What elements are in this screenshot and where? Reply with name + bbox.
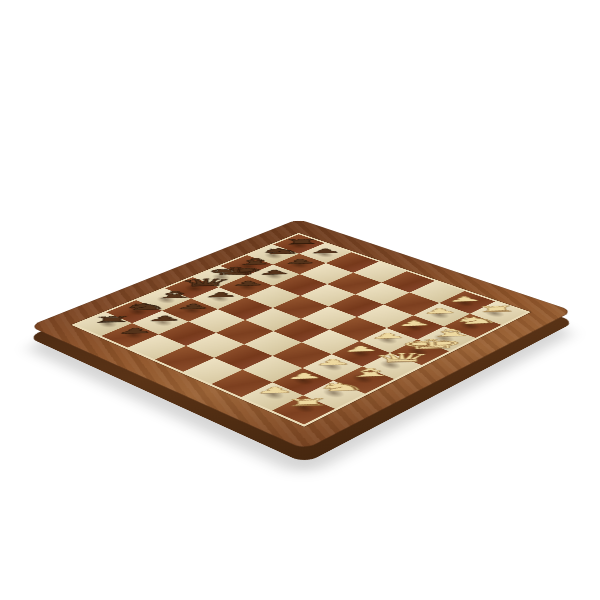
white-pawn-glyph: ♟ (253, 385, 296, 395)
square-d3[interactable] (302, 330, 360, 355)
black-knight-glyph: ♞ (119, 302, 159, 312)
piece-upright-wrapper: ♜ (474, 304, 515, 313)
chess-board: ♜♞♝♛♚♝♞♜♟♟♟♟♟♟♟♟♟♟♟♟♟♟♟♟♜♞♝♛♚♝♞♜ (29, 219, 573, 450)
white-pawn-glyph: ♟ (420, 307, 460, 315)
piece-upright-wrapper: ♟ (340, 344, 381, 353)
square-d1[interactable] (362, 353, 422, 379)
square-c4[interactable] (244, 331, 302, 356)
piece-upright-wrapper: ♛ (370, 351, 413, 364)
piece-white-rook-a1[interactable]: ♜ (273, 394, 334, 422)
black-bishop-glyph: ♝ (148, 290, 187, 300)
piece-upright-wrapper: ♜ (282, 238, 318, 246)
black-pawn-glyph: ♟ (114, 327, 155, 335)
piece-upright-wrapper: ♟ (114, 327, 155, 335)
piece-white-king-e1[interactable]: ♚ (389, 339, 447, 364)
piece-contact-shadow (252, 386, 293, 404)
square-a2[interactable] (242, 382, 304, 410)
piece-upright-wrapper: ♟ (312, 358, 354, 367)
piece-upright-wrapper: ♝ (342, 367, 385, 379)
piece-black-rook-a8[interactable]: ♜ (80, 312, 135, 335)
square-b5[interactable] (186, 333, 244, 358)
piece-upright-wrapper: ♟ (283, 371, 325, 380)
square-b2[interactable] (272, 368, 333, 395)
piece-contact-shadow (313, 384, 354, 402)
white-rook-glyph: ♜ (474, 304, 515, 313)
square-d4[interactable] (273, 318, 330, 342)
black-rook-glyph: ♜ (282, 238, 318, 246)
square-b1[interactable] (303, 381, 365, 409)
square-b6[interactable] (158, 322, 215, 346)
piece-upright-wrapper: ♛ (177, 277, 215, 288)
piece-upright-wrapper: ♞ (313, 381, 356, 393)
piece-white-bishop-c1[interactable]: ♝ (333, 366, 392, 393)
piece-upright-wrapper: ♞ (257, 247, 293, 256)
piece-white-pawn-a2[interactable]: ♟ (243, 381, 303, 408)
piece-upright-wrapper: ♟ (445, 295, 485, 303)
square-a4[interactable] (183, 358, 243, 384)
piece-upright-wrapper: ♟ (253, 385, 296, 395)
white-pawn-glyph: ♟ (283, 371, 325, 380)
piece-upright-wrapper: ♚ (397, 337, 440, 351)
piece-contact-shadow (312, 358, 352, 375)
white-pawn-glyph: ♟ (445, 295, 485, 303)
product-photo-stage: ♜♞♝♛♚♝♞♜♟♟♟♟♟♟♟♟♟♟♟♟♟♟♟♟♜♞♝♛♚♝♞♜ (0, 0, 600, 600)
piece-black-pawn-a7[interactable]: ♟ (105, 323, 161, 347)
black-pawn-glyph: ♟ (282, 258, 319, 265)
square-a5[interactable] (155, 346, 214, 372)
piece-contact-shadow (283, 371, 324, 389)
square-c5[interactable] (216, 320, 273, 344)
piece-white-pawn-c2[interactable]: ♟ (302, 354, 361, 380)
square-c1[interactable] (333, 367, 394, 394)
piece-contact-shadow (342, 370, 383, 388)
black-queen-glyph: ♛ (177, 277, 215, 288)
piece-contact-shadow (398, 343, 438, 360)
piece-white-pawn-d2[interactable]: ♟ (331, 341, 389, 366)
white-pawn-glyph: ♟ (312, 358, 354, 367)
black-rook-glyph: ♜ (89, 315, 130, 324)
white-rook-glyph: ♜ (283, 397, 326, 408)
square-a6[interactable] (128, 334, 186, 359)
piece-white-queen-d1[interactable]: ♛ (361, 352, 420, 378)
piece-upright-wrapper: ♜ (283, 397, 326, 408)
piece-upright-wrapper: ♟ (394, 319, 435, 327)
piece-contact-shadow (340, 345, 380, 362)
square-b4[interactable] (214, 344, 273, 370)
square-d2[interactable] (332, 341, 391, 367)
chess-scene: ♜♞♝♛♚♝♞♜♟♟♟♟♟♟♟♟♟♟♟♟♟♟♟♟♜♞♝♛♚♝♞♜ (0, 0, 600, 600)
white-bishop-glyph: ♝ (342, 367, 385, 379)
piece-white-knight-b1[interactable]: ♞ (303, 380, 363, 407)
piece-upright-wrapper: ♞ (449, 315, 491, 326)
square-c3[interactable] (273, 343, 332, 369)
square-e1[interactable] (390, 339, 449, 365)
piece-upright-wrapper: ♟ (282, 258, 319, 265)
camera-tilt-wrapper: ♜♞♝♛♚♝♞♜♟♟♟♟♟♟♟♟♟♟♟♟♟♟♟♟♜♞♝♛♚♝♞♜ (0, 0, 600, 600)
white-queen-glyph: ♛ (370, 351, 413, 364)
piece-upright-wrapper: ♟ (308, 247, 344, 254)
piece-upright-wrapper: ♞ (119, 302, 159, 312)
piece-upright-wrapper: ♜ (89, 315, 130, 324)
white-king-glyph: ♚ (397, 337, 440, 351)
black-pawn-glyph: ♟ (308, 247, 344, 254)
piece-contact-shadow (283, 398, 325, 417)
white-pawn-glyph: ♟ (394, 319, 435, 327)
square-a3[interactable] (212, 370, 273, 397)
square-c2[interactable] (302, 354, 362, 380)
square-b3[interactable] (243, 356, 303, 382)
white-pawn-glyph: ♟ (340, 344, 381, 353)
piece-upright-wrapper: ♝ (148, 290, 187, 300)
piece-upright-wrapper: ♟ (420, 307, 460, 315)
square-a1[interactable] (272, 395, 335, 424)
white-knight-glyph: ♞ (313, 381, 356, 393)
piece-white-pawn-b2[interactable]: ♟ (273, 367, 332, 394)
square-e3[interactable] (330, 317, 387, 341)
white-knight-glyph: ♞ (449, 315, 491, 326)
black-knight-glyph: ♞ (257, 247, 293, 256)
piece-contact-shadow (370, 356, 410, 373)
